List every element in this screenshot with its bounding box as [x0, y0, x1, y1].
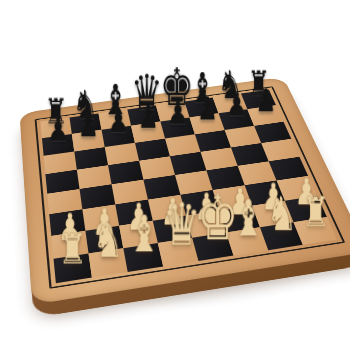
black-pawn[interactable]: ♟: [223, 89, 250, 121]
product-photo: ♜♞♝♛♚♝♞♜♟♟♟♟♟♟♟♟♟♟♟♟♟♟♟♟♜♞♝♛♚♝♞♜: [0, 0, 350, 350]
black-pawn[interactable]: ♟: [75, 109, 102, 141]
square-a6[interactable]: [44, 151, 77, 174]
square-b5[interactable]: [77, 165, 112, 189]
black-pawn[interactable]: ♟: [105, 105, 132, 137]
board-3d-wrapper: ♜♞♝♛♚♝♞♜♟♟♟♟♟♟♟♟♟♟♟♟♟♟♟♟♜♞♝♛♚♝♞♜: [19, 77, 350, 305]
white-rook[interactable]: ♜: [300, 191, 331, 232]
black-pawn[interactable]: ♟: [252, 85, 279, 117]
white-queen[interactable]: ♛: [162, 196, 194, 254]
black-pawn[interactable]: ♟: [135, 101, 162, 133]
black-pawn[interactable]: ♟: [44, 114, 71, 146]
white-bishop[interactable]: ♝: [127, 209, 159, 259]
black-pawn[interactable]: ♟: [164, 97, 191, 129]
black-pawn[interactable]: ♟: [194, 93, 221, 125]
white-king[interactable]: ♚: [197, 187, 229, 249]
white-rook[interactable]: ♜: [57, 228, 89, 270]
white-knight[interactable]: ♞: [92, 217, 124, 265]
white-knight[interactable]: ♞: [266, 191, 298, 238]
